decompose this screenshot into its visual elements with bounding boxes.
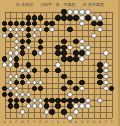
stone-white[interactable] — [20, 109, 25, 114]
stone-black[interactable] — [97, 62, 102, 67]
stone-white[interactable] — [14, 39, 19, 44]
star-point — [93, 64, 95, 66]
stone-white[interactable] — [20, 68, 25, 73]
stone-white[interactable] — [14, 50, 19, 55]
stone-black[interactable] — [20, 39, 25, 44]
stone-black[interactable] — [2, 27, 7, 32]
stone-black[interactable] — [20, 80, 25, 85]
stone-black[interactable] — [32, 68, 37, 73]
stone-white[interactable] — [8, 62, 13, 67]
stone-black[interactable] — [26, 27, 31, 32]
stone-black[interactable] — [109, 86, 114, 91]
grid-line-horizontal — [5, 88, 113, 89]
stone-black[interactable] — [61, 9, 66, 14]
star-point — [93, 99, 95, 101]
stone-black[interactable] — [61, 74, 66, 79]
stone-white[interactable] — [79, 86, 84, 91]
stone-black[interactable] — [55, 103, 60, 108]
stone-black[interactable] — [26, 74, 31, 79]
stone-black[interactable] — [2, 21, 7, 26]
stone-white[interactable] — [85, 50, 90, 55]
stone-black[interactable] — [20, 45, 25, 50]
stone-black[interactable] — [32, 21, 37, 26]
stone-white[interactable] — [14, 27, 19, 32]
stone-white[interactable] — [32, 98, 37, 103]
stone-white[interactable] — [20, 92, 25, 97]
stone-white[interactable] — [8, 56, 13, 61]
stone-white[interactable] — [79, 56, 84, 61]
stone-black[interactable] — [97, 74, 102, 79]
stone-white[interactable] — [85, 98, 90, 103]
stone-white[interactable] — [2, 33, 7, 38]
stone-black[interactable] — [44, 103, 49, 108]
stone-black[interactable] — [61, 50, 66, 55]
stone-black[interactable] — [26, 33, 31, 38]
stone-black[interactable] — [61, 98, 66, 103]
stone-black[interactable] — [73, 50, 78, 55]
stone-white[interactable] — [32, 27, 37, 32]
stone-white[interactable] — [14, 86, 19, 91]
stone-white[interactable] — [103, 86, 108, 91]
stone-black[interactable] — [44, 98, 49, 103]
stone-white[interactable] — [103, 80, 108, 85]
stone-black[interactable] — [8, 98, 13, 103]
stone-black[interactable] — [2, 92, 7, 97]
stone-black[interactable] — [14, 98, 19, 103]
stone-white[interactable] — [73, 109, 78, 114]
stone-black[interactable] — [55, 98, 60, 103]
stone-white[interactable] — [91, 15, 96, 20]
stone-white[interactable] — [79, 103, 84, 108]
stone-white[interactable] — [14, 33, 19, 38]
stone-white[interactable] — [26, 45, 31, 50]
stone-white[interactable] — [14, 92, 19, 97]
stone-white[interactable] — [8, 50, 13, 55]
stone-white[interactable] — [85, 45, 90, 50]
stone-black[interactable] — [20, 74, 25, 79]
stone-black[interactable] — [32, 50, 37, 55]
stone-white[interactable] — [55, 62, 60, 67]
stone-black[interactable] — [73, 98, 78, 103]
stone-white[interactable] — [2, 62, 7, 67]
stone-black[interactable] — [55, 68, 60, 73]
grid-line-vertical — [112, 12, 113, 118]
stone-white[interactable] — [97, 27, 102, 32]
stone-black[interactable] — [26, 98, 31, 103]
stone-black[interactable] — [38, 39, 43, 44]
stone-white[interactable] — [38, 27, 43, 32]
stone-white[interactable] — [79, 15, 84, 20]
stone-black[interactable] — [38, 15, 43, 20]
stone-black[interactable] — [8, 92, 13, 97]
stone-black[interactable] — [61, 39, 66, 44]
stone-black[interactable] — [20, 50, 25, 55]
stone-black[interactable] — [8, 103, 13, 108]
stone-black[interactable] — [8, 21, 13, 26]
stone-white[interactable] — [97, 98, 102, 103]
stone-black[interactable] — [61, 86, 66, 91]
stone-white[interactable] — [38, 98, 43, 103]
stone-black[interactable] — [55, 15, 60, 20]
stone-white[interactable] — [103, 62, 108, 67]
stone-white[interactable] — [38, 50, 43, 55]
stone-black[interactable] — [61, 45, 66, 50]
stone-black[interactable] — [79, 80, 84, 85]
stone-white[interactable] — [26, 92, 31, 97]
stone-black[interactable] — [67, 15, 72, 20]
stone-white[interactable] — [67, 9, 72, 14]
stone-black[interactable] — [14, 56, 19, 61]
stone-black[interactable] — [32, 86, 37, 91]
stone-black[interactable] — [67, 80, 72, 85]
stone-black[interactable] — [2, 56, 7, 61]
stone-black[interactable] — [79, 50, 84, 55]
stone-black[interactable] — [67, 98, 72, 103]
stone-black[interactable] — [49, 21, 54, 26]
stone-white[interactable] — [85, 103, 90, 108]
stone-white[interactable] — [8, 74, 13, 79]
stone-black[interactable] — [73, 15, 78, 20]
stone-black[interactable] — [14, 103, 19, 108]
stone-black[interactable] — [26, 39, 31, 44]
stone-white[interactable] — [26, 68, 31, 73]
stone-black[interactable] — [79, 98, 84, 103]
stone-black[interactable] — [44, 27, 49, 32]
stone-white[interactable] — [32, 103, 37, 108]
stone-black[interactable] — [8, 33, 13, 38]
stone-black[interactable] — [26, 15, 31, 20]
stone-white[interactable] — [67, 92, 72, 97]
stone-white[interactable] — [79, 9, 84, 14]
stone-white[interactable] — [8, 86, 13, 91]
stone-black[interactable] — [44, 21, 49, 26]
stone-black[interactable] — [55, 45, 60, 50]
stone-black[interactable] — [49, 109, 54, 114]
stone-white[interactable] — [73, 103, 78, 108]
stone-white[interactable] — [14, 45, 19, 50]
stone-black[interactable] — [73, 56, 78, 61]
stone-black[interactable] — [32, 15, 37, 20]
stone-white[interactable] — [79, 21, 84, 26]
stone-white[interactable] — [26, 103, 31, 108]
stone-black[interactable] — [97, 21, 102, 26]
stone-white[interactable] — [38, 103, 43, 108]
stone-black[interactable] — [73, 86, 78, 91]
stone-white[interactable] — [14, 74, 19, 79]
stone-white[interactable] — [32, 33, 37, 38]
stone-white[interactable] — [91, 33, 96, 38]
stone-black[interactable] — [38, 45, 43, 50]
stone-black[interactable] — [61, 15, 66, 20]
stone-black[interactable] — [38, 86, 43, 91]
board-edge-shade — [118, 0, 120, 126]
go-board[interactable]: ABCDEFGHJKLMNOPQRST — [0, 0, 120, 120]
stone-black[interactable] — [67, 27, 72, 32]
stone-black[interactable] — [67, 56, 72, 61]
stone-black[interactable] — [85, 15, 90, 20]
stone-white[interactable] — [26, 80, 31, 85]
stone-white[interactable] — [73, 9, 78, 14]
stone-white[interactable] — [103, 68, 108, 73]
stone-black[interactable] — [20, 98, 25, 103]
stone-black[interactable] — [73, 39, 78, 44]
star-point — [57, 29, 59, 31]
stone-black[interactable] — [61, 109, 66, 114]
stone-white[interactable] — [85, 9, 90, 14]
stone-black[interactable] — [14, 62, 19, 67]
stone-black[interactable] — [26, 21, 31, 26]
star-point — [93, 29, 95, 31]
stone-black[interactable] — [44, 68, 49, 73]
stone-white[interactable] — [44, 109, 49, 114]
stone-black[interactable] — [67, 103, 72, 108]
stone-white[interactable] — [97, 15, 102, 20]
stone-white[interactable] — [49, 27, 54, 32]
stone-white[interactable] — [79, 45, 84, 50]
stone-white[interactable] — [103, 50, 108, 55]
stone-black[interactable] — [2, 86, 7, 91]
stone-white[interactable] — [32, 80, 37, 85]
stone-black[interactable] — [55, 50, 60, 55]
stone-white[interactable] — [20, 27, 25, 32]
stone-black[interactable] — [97, 80, 102, 85]
stone-black[interactable] — [14, 80, 19, 85]
stone-black[interactable] — [14, 21, 19, 26]
stone-black[interactable] — [91, 21, 96, 26]
stone-white[interactable] — [103, 74, 108, 79]
stone-black[interactable] — [26, 62, 31, 67]
stone-white[interactable] — [8, 27, 13, 32]
stone-white[interactable] — [79, 39, 84, 44]
stone-black[interactable] — [61, 56, 66, 61]
coord-label: T — [109, 120, 115, 124]
stone-white[interactable] — [38, 80, 43, 85]
grid-line-horizontal — [5, 118, 113, 119]
stone-black[interactable] — [20, 21, 25, 26]
stone-white[interactable] — [67, 45, 72, 50]
stone-white[interactable] — [8, 80, 13, 85]
stone-black[interactable] — [97, 68, 102, 73]
stone-black[interactable] — [49, 98, 54, 103]
